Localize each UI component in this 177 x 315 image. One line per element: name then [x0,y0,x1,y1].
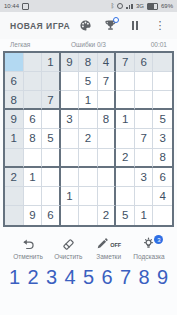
cell-r2c5[interactable]: 5 [79,72,98,91]
notification-icon [22,3,29,10]
cell-r6c8[interactable] [135,149,154,168]
cell-r7c8[interactable]: 3 [135,168,154,187]
pencil-icon [96,236,108,254]
cell-r1c6[interactable]: 4 [98,53,117,72]
cell-r6c1[interactable] [5,149,24,168]
hint-count-badge: 3 [154,235,163,244]
cell-r2c3[interactable] [42,72,61,91]
cell-r9c9[interactable] [153,206,172,225]
trophy-daily-challenge-icon[interactable] [103,19,117,33]
cell-r8c4[interactable]: 1 [61,187,80,206]
cell-r1c4[interactable]: 9 [61,53,80,72]
cell-r3c1[interactable]: 8 [5,91,24,110]
network-type: 3G [136,3,144,9]
alarm-icon [117,3,123,9]
cell-r8c8[interactable] [135,187,154,206]
cell-r2c7[interactable] [116,72,135,91]
cell-r7c7[interactable] [116,168,135,187]
cell-r2c1[interactable]: 6 [5,72,24,91]
toolbar: Отменить Очистить OFF [0,238,177,260]
cell-r2c8[interactable] [135,72,154,91]
cell-r4c5[interactable] [79,110,98,129]
cell-r3c3[interactable]: 7 [42,91,61,110]
cell-r2c4[interactable] [61,72,80,91]
cell-r7c2[interactable]: 1 [24,168,43,187]
cell-r1c2[interactable] [24,53,43,72]
cell-r8c1[interactable] [5,187,24,206]
cell-r4c8[interactable] [135,110,154,129]
cell-r4c3[interactable] [42,110,61,129]
cell-r6c2[interactable] [24,149,43,168]
cell-r9c7[interactable]: 5 [116,206,135,225]
numpad-5[interactable]: 5 [83,267,94,287]
bluetooth-icon: ᛒ [111,3,115,9]
cell-r6c9[interactable]: 8 [153,149,172,168]
cell-r2c2[interactable] [24,72,43,91]
app-screen: 10:44 ᛒ 3G 69% НОВАЯ ИГРА [0,0,177,315]
cell-r3c4[interactable] [61,91,80,110]
cell-r4c4[interactable]: 3 [61,110,80,129]
numpad-1[interactable]: 1 [9,267,20,287]
erase-label: Очистить [54,253,82,260]
cell-r8c6[interactable] [98,187,117,206]
theme-palette-icon[interactable] [78,19,92,33]
mistakes-counter: Ошибки 0/3 [71,41,106,48]
notes-toggle-button[interactable]: OFF Заметки [89,238,129,260]
cell-r6c3[interactable] [42,149,61,168]
cell-r3c6[interactable] [98,91,117,110]
cell-r3c7[interactable] [116,91,135,110]
status-bar: 10:44 ᛒ 3G 69% [0,0,177,12]
cell-r9c6[interactable]: 2 [98,206,117,225]
numpad-4[interactable]: 4 [64,267,75,287]
cell-r6c6[interactable] [98,149,117,168]
cell-r4c6[interactable]: 8 [98,110,117,129]
cell-r9c8[interactable]: 1 [135,206,154,225]
trophy-badge [113,17,119,23]
erase-button[interactable]: Очистить [48,238,88,260]
cell-r6c4[interactable] [61,149,80,168]
cell-r8c3[interactable] [42,187,61,206]
cell-r7c5[interactable] [79,168,98,187]
cell-r1c9[interactable] [153,53,172,72]
cell-r6c5[interactable] [79,149,98,168]
undo-icon [22,238,35,251]
hint-label: Подсказка [133,253,164,260]
eraser-icon [62,238,75,251]
cell-r3c8[interactable] [135,91,154,110]
cell-r3c2[interactable] [24,91,43,110]
menu-kebab-icon[interactable]: ⋮ [153,19,167,33]
numpad-3[interactable]: 3 [46,267,57,287]
page-title: НОВАЯ ИГРА [10,21,70,31]
cell-r2c9[interactable] [153,72,172,91]
battery-icon [147,3,158,10]
cell-r1c8[interactable]: 6 [135,53,154,72]
cell-r8c7[interactable] [116,187,135,206]
cell-r4c1[interactable]: 9 [5,110,24,129]
cell-r5c5[interactable]: 2 [79,129,98,148]
cell-r5c3[interactable]: 5 [42,129,61,148]
battery-percent: 69% [161,3,173,9]
cell-r9c3[interactable]: 6 [42,206,61,225]
cell-r8c9[interactable]: 4 [153,187,172,206]
cell-r4c9[interactable]: 5 [153,110,172,129]
cell-r9c2[interactable]: 9 [24,206,43,225]
notes-state-badge: OFF [110,242,121,248]
cell-r8c5[interactable] [79,187,98,206]
cell-r5c6[interactable] [98,129,117,148]
undo-label: Отменить [13,253,43,260]
cell-r5c9[interactable]: 3 [153,129,172,148]
difficulty-label: Легкая [10,41,30,48]
numpad-9[interactable]: 9 [157,267,168,287]
numpad-6[interactable]: 6 [101,267,112,287]
numpad-7[interactable]: 7 [120,267,131,287]
cell-r8c2[interactable] [24,187,43,206]
cell-r7c6[interactable] [98,168,117,187]
timer: 00:01 [151,41,167,48]
undo-button[interactable]: Отменить [8,238,48,260]
number-pad: 1 2 3 4 5 6 7 8 9 [0,267,177,287]
cell-r3c5[interactable]: 1 [79,91,98,110]
pause-button[interactable] [128,19,142,33]
cell-r4c7[interactable]: 1 [116,110,135,129]
cell-r7c3[interactable] [42,168,61,187]
cell-r1c3[interactable]: 1 [42,53,61,72]
cell-r1c1[interactable] [5,53,24,72]
cell-r9c1[interactable] [5,206,24,225]
app-bar: НОВАЯ ИГРА [0,12,177,39]
cell-r5c4[interactable] [61,129,80,148]
cell-r1c7[interactable]: 7 [116,53,135,72]
cell-r5c7[interactable] [116,129,135,148]
status-time: 10:44 [4,3,19,9]
cell-r9c5[interactable] [79,206,98,225]
notes-label: Заметки [96,253,121,260]
sudoku-board: 1984766578719638151852732821361496251 [3,51,174,227]
hint-button[interactable]: 3 Подсказка [129,238,169,260]
numpad-8[interactable]: 8 [138,267,149,287]
cell-r6c7[interactable]: 2 [116,149,135,168]
cell-r5c2[interactable]: 8 [24,129,43,148]
cell-r1c5[interactable]: 8 [79,53,98,72]
cell-r7c1[interactable]: 2 [5,168,24,187]
cell-r4c2[interactable]: 6 [24,110,43,129]
signal-icon [126,4,133,9]
cell-r3c9[interactable] [153,91,172,110]
cell-r7c9[interactable]: 6 [153,168,172,187]
cell-r7c4[interactable] [61,168,80,187]
cell-r2c6[interactable]: 7 [98,72,117,91]
numpad-2[interactable]: 2 [27,267,38,287]
info-bar: Легкая Ошибки 0/3 00:01 [0,39,177,50]
cell-r5c1[interactable]: 1 [5,129,24,148]
cell-r5c8[interactable]: 7 [135,129,154,148]
cell-r9c4[interactable] [61,206,80,225]
